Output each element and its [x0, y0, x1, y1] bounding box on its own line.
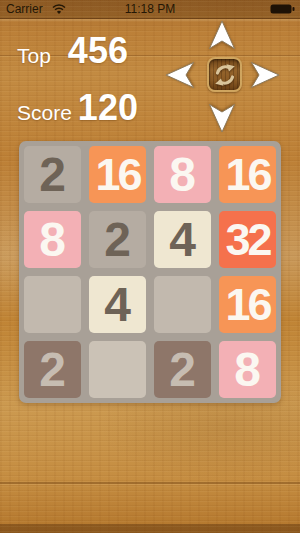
status-bar: Carrier 11:18 PM: [0, 0, 300, 18]
down-arrow-icon: [207, 103, 237, 133]
restart-button[interactable]: [207, 57, 242, 92]
right-arrow-icon: [250, 60, 280, 90]
current-score-value: 120: [78, 87, 138, 129]
tile-2: 2: [24, 146, 81, 203]
top-score-row: Top 456: [17, 30, 128, 72]
top-score-label: Top: [17, 44, 51, 68]
tile-16: 16: [89, 146, 146, 203]
move-up-button[interactable]: [207, 20, 237, 50]
tile-8: 8: [219, 341, 276, 398]
top-score-value: 456: [68, 30, 128, 72]
move-down-button[interactable]: [207, 103, 237, 133]
tile-2: 2: [154, 341, 211, 398]
up-arrow-icon: [207, 20, 237, 50]
tile-8: 8: [154, 146, 211, 203]
app-screen: Carrier 11:18 PM Top 456 Score 120: [0, 0, 300, 533]
current-score-label: Score: [17, 101, 72, 125]
empty-cell: [89, 341, 146, 398]
clock: 11:18 PM: [0, 2, 300, 16]
move-left-button[interactable]: [165, 60, 195, 90]
board[interactable]: 21681682432416228: [19, 141, 281, 403]
battery-icon: [270, 4, 295, 14]
left-arrow-icon: [165, 60, 195, 90]
empty-cell: [154, 276, 211, 333]
tile-4: 4: [89, 276, 146, 333]
tile-32: 32: [219, 211, 276, 268]
tile-8: 8: [24, 211, 81, 268]
tile-4: 4: [154, 211, 211, 268]
tile-2: 2: [24, 341, 81, 398]
empty-cell: [24, 276, 81, 333]
refresh-icon: [213, 63, 237, 87]
tile-16: 16: [219, 276, 276, 333]
tile-16: 16: [219, 146, 276, 203]
current-score-row: Score 120: [17, 87, 138, 129]
tile-2: 2: [89, 211, 146, 268]
move-right-button[interactable]: [250, 60, 280, 90]
